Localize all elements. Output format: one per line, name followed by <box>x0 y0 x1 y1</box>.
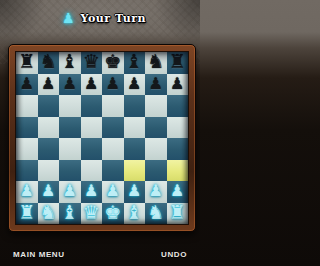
white-pawn: ♟ <box>170 180 184 201</box>
black-bishop: ♝ <box>126 51 143 72</box>
square-h6[interactable] <box>167 95 189 117</box>
square-a1[interactable]: ♜ <box>16 203 38 225</box>
square-h1[interactable]: ♜ <box>167 203 189 225</box>
square-c2[interactable]: ♟ <box>59 181 81 203</box>
square-c5[interactable] <box>59 117 81 139</box>
white-bishop: ♝ <box>126 202 143 223</box>
white-pawn: ♟ <box>41 180 55 201</box>
square-a2[interactable]: ♟ <box>16 181 38 203</box>
square-d8[interactable]: ♛ <box>81 52 103 74</box>
white-pawn: ♟ <box>106 180 120 201</box>
square-b7[interactable]: ♟ <box>38 74 60 96</box>
white-king: ♚ <box>104 202 121 223</box>
white-pawn: ♟ <box>127 180 141 201</box>
square-g1[interactable]: ♞ <box>145 203 167 225</box>
white-queen: ♛ <box>83 202 100 223</box>
square-a5[interactable] <box>16 117 38 139</box>
square-f7[interactable]: ♟ <box>124 74 146 96</box>
undo-button[interactable]: UNDO <box>161 250 187 259</box>
square-c8[interactable]: ♝ <box>59 52 81 74</box>
main-menu-button[interactable]: MAIN MENU <box>13 250 65 259</box>
square-d4[interactable] <box>81 138 103 160</box>
square-a6[interactable] <box>16 95 38 117</box>
square-h4[interactable] <box>167 138 189 160</box>
black-pawn: ♟ <box>41 73 55 94</box>
white-knight: ♞ <box>147 202 164 223</box>
square-e1[interactable]: ♚ <box>102 203 124 225</box>
bottom-bar: MAIN MENU UNDO <box>0 232 200 266</box>
square-e7[interactable]: ♟ <box>102 74 124 96</box>
square-a7[interactable]: ♟ <box>16 74 38 96</box>
square-h5[interactable] <box>167 117 189 139</box>
white-pawn: ♟ <box>63 180 77 201</box>
white-knight: ♞ <box>40 202 57 223</box>
square-g7[interactable]: ♟ <box>145 74 167 96</box>
black-pawn: ♟ <box>63 73 77 94</box>
white-pawn: ♟ <box>149 180 163 201</box>
square-c7[interactable]: ♟ <box>59 74 81 96</box>
square-g5[interactable] <box>145 117 167 139</box>
square-d6[interactable] <box>81 95 103 117</box>
square-h7[interactable]: ♟ <box>167 74 189 96</box>
square-f4[interactable] <box>124 138 146 160</box>
black-pawn: ♟ <box>106 73 120 94</box>
turn-status-text: Your Turn <box>81 12 146 25</box>
black-rook: ♜ <box>18 51 35 72</box>
board-frame: ♜♞♝♛♚♝♞♜♟♟♟♟♟♟♟♟♟♟♟♟♟♟♟♟♜♞♝♛♚♝♞♜ <box>8 44 196 232</box>
square-d2[interactable]: ♟ <box>81 181 103 203</box>
square-c1[interactable]: ♝ <box>59 203 81 225</box>
square-f1[interactable]: ♝ <box>124 203 146 225</box>
square-g4[interactable] <box>145 138 167 160</box>
square-f3[interactable] <box>124 160 146 182</box>
square-g3[interactable] <box>145 160 167 182</box>
square-a8[interactable]: ♜ <box>16 52 38 74</box>
turn-banner: ♟ Your Turn <box>0 6 200 30</box>
square-g6[interactable] <box>145 95 167 117</box>
square-b4[interactable] <box>38 138 60 160</box>
square-h2[interactable]: ♟ <box>167 181 189 203</box>
square-e3[interactable] <box>102 160 124 182</box>
square-d5[interactable] <box>81 117 103 139</box>
black-pawn: ♟ <box>20 73 34 94</box>
chess-board: ♜♞♝♛♚♝♞♜♟♟♟♟♟♟♟♟♟♟♟♟♟♟♟♟♜♞♝♛♚♝♞♜ <box>15 51 189 225</box>
square-f8[interactable]: ♝ <box>124 52 146 74</box>
square-d1[interactable]: ♛ <box>81 203 103 225</box>
square-c4[interactable] <box>59 138 81 160</box>
pawn-icon: ♟ <box>62 11 75 25</box>
square-a4[interactable] <box>16 138 38 160</box>
black-pawn: ♟ <box>149 73 163 94</box>
square-f5[interactable] <box>124 117 146 139</box>
square-b6[interactable] <box>38 95 60 117</box>
black-knight: ♞ <box>147 51 164 72</box>
white-rook: ♜ <box>18 202 35 223</box>
square-b2[interactable]: ♟ <box>38 181 60 203</box>
square-g8[interactable]: ♞ <box>145 52 167 74</box>
black-bishop: ♝ <box>61 51 78 72</box>
black-knight: ♞ <box>40 51 57 72</box>
white-rook: ♜ <box>169 202 186 223</box>
square-e5[interactable] <box>102 117 124 139</box>
white-pawn: ♟ <box>20 180 34 201</box>
square-e8[interactable]: ♚ <box>102 52 124 74</box>
square-e2[interactable]: ♟ <box>102 181 124 203</box>
black-king: ♚ <box>104 51 121 72</box>
square-e6[interactable] <box>102 95 124 117</box>
square-b5[interactable] <box>38 117 60 139</box>
square-d7[interactable]: ♟ <box>81 74 103 96</box>
black-pawn: ♟ <box>84 73 98 94</box>
square-c6[interactable] <box>59 95 81 117</box>
white-bishop: ♝ <box>61 202 78 223</box>
square-h3[interactable] <box>167 160 189 182</box>
square-h8[interactable]: ♜ <box>167 52 189 74</box>
square-b3[interactable] <box>38 160 60 182</box>
black-queen: ♛ <box>83 51 100 72</box>
square-d3[interactable] <box>81 160 103 182</box>
white-pawn: ♟ <box>84 180 98 201</box>
square-c3[interactable] <box>59 160 81 182</box>
black-pawn: ♟ <box>127 73 141 94</box>
square-f6[interactable] <box>124 95 146 117</box>
black-rook: ♜ <box>169 51 186 72</box>
square-b1[interactable]: ♞ <box>38 203 60 225</box>
square-b8[interactable]: ♞ <box>38 52 60 74</box>
square-a3[interactable] <box>16 160 38 182</box>
square-f2[interactable]: ♟ <box>124 181 146 203</box>
black-pawn: ♟ <box>170 73 184 94</box>
square-e4[interactable] <box>102 138 124 160</box>
square-g2[interactable]: ♟ <box>145 181 167 203</box>
